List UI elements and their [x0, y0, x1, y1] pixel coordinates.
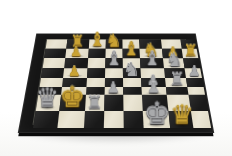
- piece-silver-pawn[interactable]: ♟: [107, 81, 120, 95]
- square-d6[interactable]: ♝: [105, 58, 123, 68]
- square-a7[interactable]: [44, 49, 66, 59]
- board-grid: ♜♝♞♟♝♞♟♜♝♝♞♟♞♟♟♜♟♟♛♚♜♚♛: [34, 39, 199, 124]
- square-a6[interactable]: [43, 58, 65, 68]
- square-d3[interactable]: ♟: [104, 87, 123, 95]
- square-e1[interactable]: [123, 111, 143, 128]
- square-g4[interactable]: ♜: [165, 78, 188, 87]
- piece-silver-bishop[interactable]: ♝: [143, 50, 161, 69]
- square-f6[interactable]: ♝: [140, 58, 164, 68]
- square-c7[interactable]: [88, 49, 105, 59]
- square-e7[interactable]: ♝: [122, 49, 139, 59]
- piece-silver-queen[interactable]: ♛: [36, 87, 59, 111]
- piece-silver-pawn[interactable]: ♟: [147, 81, 160, 95]
- square-e5[interactable]: ♞: [122, 68, 140, 78]
- square-a8[interactable]: [46, 39, 67, 48]
- piece-gold-pawn[interactable]: ♟: [70, 45, 82, 58]
- square-b5[interactable]: ♟: [63, 68, 88, 78]
- chess-board: ♜♝♞♟♝♞♟♜♝♝♞♟♞♟♟♜♟♟♛♚♜♚♛: [18, 33, 214, 132]
- square-e2[interactable]: [123, 95, 142, 111]
- square-d5[interactable]: [105, 68, 123, 78]
- square-b1[interactable]: [57, 111, 85, 128]
- piece-silver-bishop[interactable]: ♝: [105, 50, 123, 69]
- square-c5[interactable]: [87, 68, 105, 78]
- piece-gold-bishop[interactable]: ♝: [122, 40, 139, 58]
- square-d2[interactable]: [104, 95, 123, 111]
- square-e3[interactable]: [123, 87, 142, 95]
- product-photo-scene: ♜♝♞♟♝♞♟♜♝♝♞♟♞♟♟♜♟♟♛♚♜♚♛: [0, 0, 232, 156]
- square-b7[interactable]: ♟: [65, 49, 89, 59]
- square-h4[interactable]: [186, 78, 203, 87]
- piece-gold-rook[interactable]: ♜: [183, 43, 198, 58]
- square-a2[interactable]: ♛: [36, 95, 61, 111]
- square-e4[interactable]: [123, 78, 141, 87]
- piece-silver-knight[interactable]: ♞: [166, 50, 183, 68]
- piece-gold-bishop[interactable]: ♝: [89, 31, 106, 49]
- piece-silver-pawn[interactable]: ♟: [188, 65, 201, 78]
- piece-silver-knight[interactable]: ♞: [123, 60, 140, 78]
- square-c8[interactable]: ♝: [89, 39, 106, 48]
- square-g6[interactable]: ♞: [163, 58, 185, 68]
- square-a1[interactable]: [33, 111, 59, 128]
- piece-gold-queen[interactable]: ♛: [170, 103, 194, 128]
- square-h5[interactable]: ♟: [185, 68, 202, 78]
- piece-gold-pawn[interactable]: ♟: [68, 65, 81, 78]
- square-g1[interactable]: ♛: [168, 111, 194, 128]
- square-c2[interactable]: ♜: [85, 95, 105, 111]
- square-a5[interactable]: [41, 68, 64, 78]
- square-d1[interactable]: [103, 111, 123, 128]
- piece-silver-rook[interactable]: ♜: [169, 71, 185, 87]
- square-b2[interactable]: ♚: [59, 95, 86, 111]
- square-f3[interactable]: ♟: [141, 87, 167, 95]
- square-f1[interactable]: ♚: [142, 111, 170, 128]
- square-c4[interactable]: [86, 78, 105, 87]
- square-c6[interactable]: [87, 58, 105, 68]
- square-c1[interactable]: [84, 111, 104, 128]
- square-g3[interactable]: [166, 87, 189, 95]
- piece-silver-rook[interactable]: ♜: [86, 94, 102, 111]
- square-h7[interactable]: ♜: [182, 49, 198, 59]
- square-h1[interactable]: [191, 111, 210, 128]
- board-frame: ♜♝♞♟♝♞♟♜♝♝♞♟♞♟♟♜♟♟♛♚♜♚♛: [18, 33, 214, 132]
- square-h3[interactable]: [188, 87, 205, 95]
- piece-silver-king[interactable]: ♚: [143, 100, 170, 128]
- piece-gold-king[interactable]: ♚: [59, 84, 85, 111]
